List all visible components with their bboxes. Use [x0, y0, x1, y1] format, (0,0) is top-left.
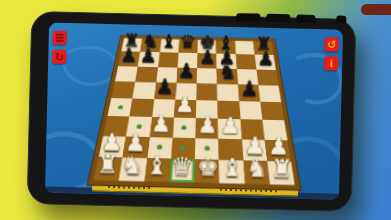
square-h5[interactable]	[258, 85, 281, 102]
info-button[interactable]: i	[324, 56, 338, 70]
piece-white-rook-a1[interactable]: ♜	[96, 153, 119, 178]
square-d1[interactable]: ♛	[169, 159, 195, 183]
square-d6[interactable]: ♟	[176, 67, 197, 83]
square-e5[interactable]	[196, 83, 217, 100]
undo-icon: ↺	[327, 38, 337, 51]
piece-black-pawn-h7[interactable]: ♟	[257, 48, 275, 68]
piece-black-pawn-b7[interactable]: ♟	[139, 46, 157, 66]
piece-white-knight-g1[interactable]: ♞	[246, 157, 269, 182]
square-a1[interactable]: ♜	[94, 157, 123, 181]
piece-white-rook-h1[interactable]: ♜	[271, 157, 294, 182]
piece-white-queen-d1[interactable]: ♛	[171, 155, 194, 180]
square-b1[interactable]: ♞	[119, 157, 147, 181]
square-f3[interactable]: ♟	[218, 119, 241, 139]
square-h1[interactable]: ♜	[267, 161, 295, 185]
phone-volume-button	[236, 13, 260, 22]
square-d8[interactable]: ♛	[178, 39, 197, 53]
legal-move-dot-c2[interactable]	[157, 145, 163, 150]
piece-white-pawn-d4[interactable]: ♟	[175, 94, 195, 116]
square-f1[interactable]: ♝	[219, 160, 245, 184]
piece-white-pawn-c3[interactable]: ♟	[151, 112, 172, 135]
piece-black-pawn-g5[interactable]: ♟	[240, 79, 259, 100]
piece-white-pawn-f3[interactable]: ♟	[220, 114, 241, 137]
square-g4[interactable]	[239, 101, 262, 120]
board-perspective-wrapper: ♜♞♝♛♚♝♜♟♟♟♟♟♟♞♟♟♟♟♟♟♟♟♟♟♜♞♝♛♚♝♞♜	[88, 36, 300, 190]
square-a6[interactable]	[115, 66, 138, 82]
legal-move-dot-d3[interactable]	[182, 125, 188, 130]
piece-white-pawn-e3[interactable]: ♟	[197, 113, 218, 136]
phone-top-button	[336, 16, 346, 24]
square-d3[interactable]	[172, 118, 196, 138]
piece-black-pawn-c5[interactable]: ♟	[155, 77, 174, 98]
square-b7[interactable]: ♟	[138, 52, 159, 67]
screenshot-background: ♜♞♝♛♚♝♜♟♟♟♟♟♟♞♟♟♟♟♟♟♟♟♟♟♜♞♝♛♚♝♞♜ ↻ ↺ i	[0, 0, 391, 220]
phone-power-button	[296, 15, 315, 23]
rotate-board-button[interactable]: ↻	[52, 50, 66, 64]
square-h4[interactable]	[260, 102, 284, 121]
piece-black-pawn-e7[interactable]: ♟	[198, 47, 216, 67]
board-edge-markings	[220, 189, 278, 192]
square-c5[interactable]: ♟	[154, 82, 176, 99]
piece-white-king-e1[interactable]: ♚	[196, 155, 219, 180]
background-corner-decoration	[361, 4, 391, 15]
square-b5[interactable]	[133, 82, 156, 99]
square-b6[interactable]	[135, 66, 157, 82]
piece-white-knight-b1[interactable]: ♞	[121, 154, 144, 179]
square-a4[interactable]	[107, 98, 132, 117]
phone-frame: ♜♞♝♛♚♝♜♟♟♟♟♟♟♞♟♟♟♟♟♟♟♟♟♟♜♞♝♛♚♝♞♜ ↻ ↺ i	[27, 11, 357, 212]
piece-white-bishop-f1[interactable]: ♝	[221, 156, 244, 181]
square-c7[interactable]	[158, 52, 179, 67]
rotate-board-icon: ↻	[55, 50, 65, 63]
piece-black-pawn-d6[interactable]: ♟	[178, 61, 197, 82]
legal-move-dot-e2[interactable]	[204, 146, 210, 151]
square-e7[interactable]: ♟	[197, 53, 217, 68]
piece-black-pawn-a7[interactable]: ♟	[120, 45, 138, 65]
square-e6[interactable]	[197, 68, 217, 84]
square-f6[interactable]: ♞	[217, 68, 238, 84]
square-g1[interactable]: ♞	[243, 160, 270, 184]
piece-black-queen-d8[interactable]: ♛	[180, 33, 197, 52]
square-c1[interactable]: ♝	[144, 158, 171, 182]
piece-black-bishop-c8[interactable]: ♝	[161, 32, 178, 51]
square-e3[interactable]: ♟	[195, 118, 218, 138]
board[interactable]: ♜♞♝♛♚♝♜♟♟♟♟♟♟♞♟♟♟♟♟♟♟♟♟♟♜♞♝♛♚♝♞♜	[88, 36, 300, 190]
square-c8[interactable]: ♝	[159, 39, 179, 53]
square-d4[interactable]: ♟	[174, 100, 197, 119]
undo-button[interactable]: ↺	[325, 37, 339, 51]
info-icon: i	[329, 58, 333, 69]
square-h7[interactable]: ♟	[255, 55, 276, 70]
board-edge-markings	[108, 186, 150, 189]
piece-white-bishop-c1[interactable]: ♝	[146, 154, 169, 179]
piece-black-knight-f6[interactable]: ♞	[218, 62, 237, 83]
square-a5[interactable]	[111, 81, 135, 98]
square-a7[interactable]: ♟	[118, 51, 140, 66]
menu-button[interactable]	[53, 31, 67, 45]
square-h6[interactable]	[256, 69, 278, 85]
square-g8[interactable]	[235, 41, 255, 55]
square-e1[interactable]: ♚	[194, 159, 219, 183]
legal-move-dot-d2[interactable]	[180, 145, 186, 150]
hamburger-menu-icon	[56, 34, 64, 42]
square-c3[interactable]: ♟	[149, 117, 173, 137]
square-g7[interactable]	[235, 54, 256, 69]
legal-move-dot-a4[interactable]	[117, 105, 123, 109]
legal-move-dot-b3[interactable]	[136, 124, 142, 129]
phone-volume-button	[266, 14, 290, 23]
app-screen: ♜♞♝♛♚♝♜♟♟♟♟♟♟♞♟♟♟♟♟♟♟♟♟♟♜♞♝♛♚♝♞♜ ↻ ↺ i	[45, 22, 343, 199]
square-f5[interactable]	[217, 84, 239, 101]
square-g5[interactable]: ♟	[238, 84, 260, 101]
